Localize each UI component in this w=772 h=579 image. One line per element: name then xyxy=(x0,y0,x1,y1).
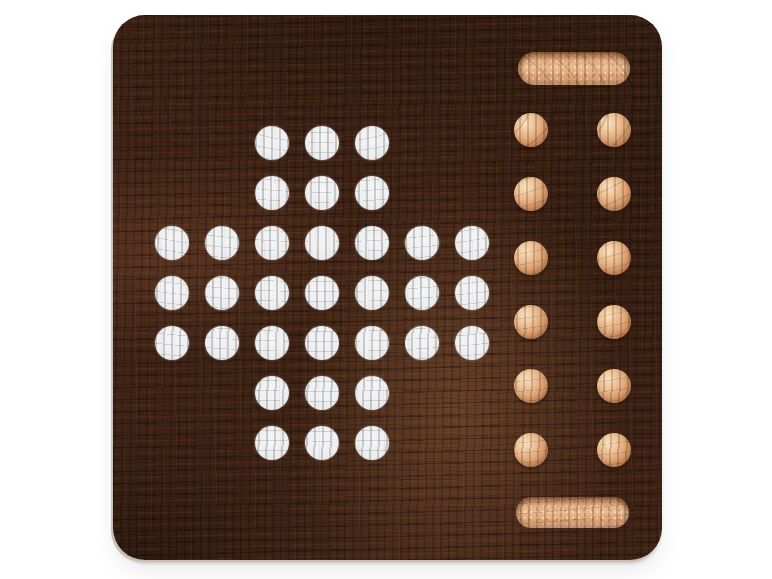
hole-r7c5[interactable] xyxy=(355,426,389,460)
board-cell-offgrid xyxy=(447,168,497,218)
board-cell-r4c6 xyxy=(397,268,447,318)
hole-r4c7[interactable] xyxy=(455,276,489,310)
rack-peg-r3c1[interactable] xyxy=(514,241,548,275)
rack-peg-r2c2[interactable] xyxy=(597,177,631,211)
hole-r2c3[interactable] xyxy=(255,176,289,210)
rack-peg-r5c2[interactable] xyxy=(597,369,631,403)
rack-peg-r4c2[interactable] xyxy=(597,305,631,339)
board-cell-r5c2 xyxy=(197,318,247,368)
board-cell-r7c4 xyxy=(297,418,347,468)
board-cell-r6c5 xyxy=(347,368,397,418)
board-cell-r4c5 xyxy=(347,268,397,318)
board-cell-offgrid xyxy=(447,368,497,418)
hole-r6c3[interactable] xyxy=(255,376,289,410)
board-cell-r5c7 xyxy=(447,318,497,368)
rack-peg-r3c2[interactable] xyxy=(597,241,631,275)
board-cell-offgrid xyxy=(147,418,197,468)
rack-peg-r5c1[interactable] xyxy=(514,369,548,403)
hole-r1c5[interactable] xyxy=(355,126,389,160)
board-cell-r2c4 xyxy=(297,168,347,218)
hole-r1c4[interactable] xyxy=(305,126,339,160)
board-cell-r7c3 xyxy=(247,418,297,468)
hole-r3c6[interactable] xyxy=(405,226,439,260)
hole-r7c4[interactable] xyxy=(305,426,339,460)
hole-r1c3[interactable] xyxy=(255,126,289,160)
hole-r3c7[interactable] xyxy=(455,226,489,260)
board-cell-offgrid xyxy=(197,418,247,468)
solitaire-board xyxy=(113,15,662,560)
hole-r4c1[interactable] xyxy=(155,276,189,310)
board-cell-r5c4 xyxy=(297,318,347,368)
hole-r5c5[interactable] xyxy=(355,326,389,360)
hole-r5c4[interactable] xyxy=(305,326,339,360)
hole-r3c2[interactable] xyxy=(205,226,239,260)
board-cell-offgrid xyxy=(397,418,447,468)
rack-peg-r6c1[interactable] xyxy=(514,433,548,467)
board-cell-offgrid xyxy=(397,368,447,418)
board-cell-r4c7 xyxy=(447,268,497,318)
board-cell-r4c3 xyxy=(247,268,297,318)
board-cell-r3c3 xyxy=(247,218,297,268)
rack-peg-r4c1[interactable] xyxy=(514,305,548,339)
board-cell-r6c3 xyxy=(247,368,297,418)
board-cell-r2c3 xyxy=(247,168,297,218)
hole-r5c2[interactable] xyxy=(205,326,239,360)
hole-r2c5[interactable] xyxy=(355,176,389,210)
board-cell-r5c5 xyxy=(347,318,397,368)
hole-r7c3[interactable] xyxy=(255,426,289,460)
board-cell-r5c6 xyxy=(397,318,447,368)
hole-r5c3[interactable] xyxy=(255,326,289,360)
board-cell-r3c6 xyxy=(397,218,447,268)
rack-peg-r1c2[interactable] xyxy=(597,113,631,147)
hole-r2c4[interactable] xyxy=(305,176,339,210)
photo-background xyxy=(0,0,772,579)
board-cell-offgrid xyxy=(147,168,197,218)
peg-trough-top xyxy=(518,52,630,85)
board-cell-offgrid xyxy=(397,168,447,218)
board-cell-r1c3 xyxy=(247,118,297,168)
board-cell-r5c3 xyxy=(247,318,297,368)
board-cell-offgrid xyxy=(197,118,247,168)
hole-r6c4[interactable] xyxy=(305,376,339,410)
board-cell-offgrid xyxy=(397,118,447,168)
hole-grid xyxy=(147,118,497,468)
board-cell-r1c4 xyxy=(297,118,347,168)
board-cell-r4c2 xyxy=(197,268,247,318)
board-cell-r3c4 xyxy=(297,218,347,268)
rack-peg-r1c1[interactable] xyxy=(514,113,548,147)
board-cell-r3c7 xyxy=(447,218,497,268)
board-cell-offgrid xyxy=(147,118,197,168)
board-cell-r5c1 xyxy=(147,318,197,368)
rack-peg-r2c1[interactable] xyxy=(514,177,548,211)
hole-r5c6[interactable] xyxy=(405,326,439,360)
hole-r6c5[interactable] xyxy=(355,376,389,410)
hole-r4c2[interactable] xyxy=(205,276,239,310)
board-cell-r4c1 xyxy=(147,268,197,318)
hole-r4c3[interactable] xyxy=(255,276,289,310)
hole-r3c1[interactable] xyxy=(155,226,189,260)
board-cell-r7c5 xyxy=(347,418,397,468)
board-cell-offgrid xyxy=(447,118,497,168)
board-cell-r1c5 xyxy=(347,118,397,168)
peg-trough-bottom xyxy=(516,497,629,528)
board-cell-offgrid xyxy=(197,368,247,418)
board-cell-r2c5 xyxy=(347,168,397,218)
hole-r5c7[interactable] xyxy=(455,326,489,360)
hole-r4c4[interactable] xyxy=(305,276,339,310)
hole-r5c1[interactable] xyxy=(155,326,189,360)
board-cell-offgrid xyxy=(147,368,197,418)
hole-r3c5[interactable] xyxy=(355,226,389,260)
hole-r4c6[interactable] xyxy=(405,276,439,310)
hole-r3c4[interactable] xyxy=(305,226,339,260)
hole-r4c5[interactable] xyxy=(355,276,389,310)
board-cell-r3c1 xyxy=(147,218,197,268)
hole-r3c3[interactable] xyxy=(255,226,289,260)
board-cell-r4c4 xyxy=(297,268,347,318)
board-cell-offgrid xyxy=(447,418,497,468)
rack-peg-r6c2[interactable] xyxy=(597,433,631,467)
board-cell-r3c5 xyxy=(347,218,397,268)
board-cell-offgrid xyxy=(197,168,247,218)
board-cell-r6c4 xyxy=(297,368,347,418)
board-cell-r3c2 xyxy=(197,218,247,268)
